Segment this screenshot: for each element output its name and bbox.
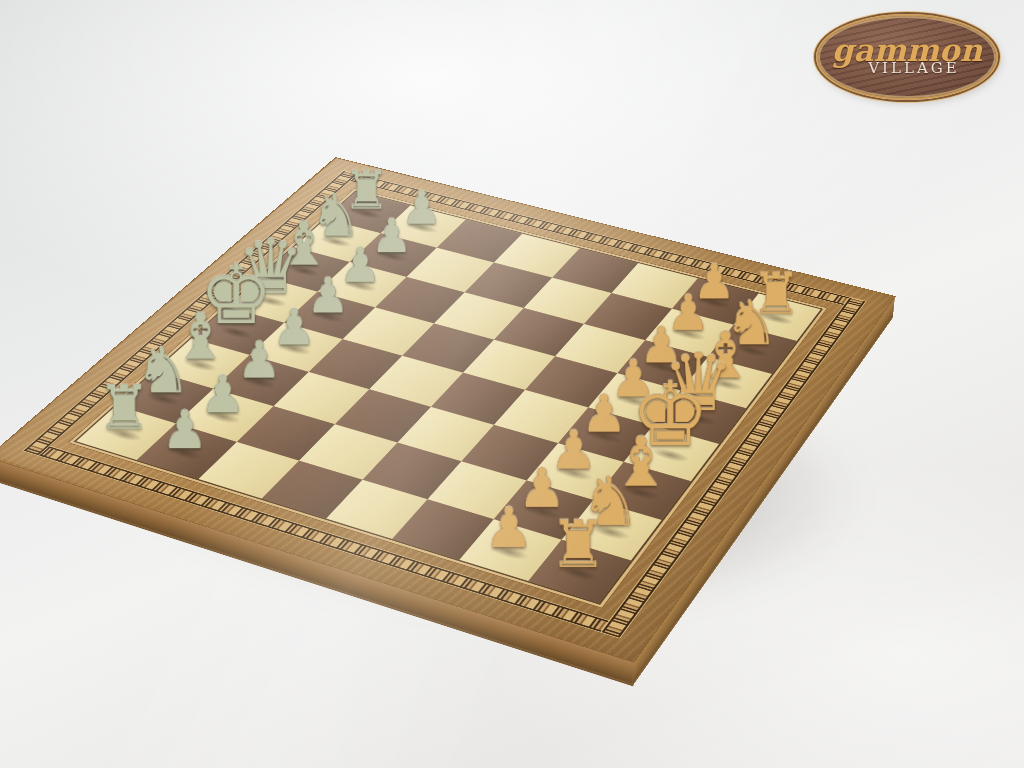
chess-piece-glyph: ♜ — [528, 512, 629, 577]
square-h8[interactable]: ♜ — [528, 540, 630, 603]
chess-piece-glyph: ♟ — [138, 404, 232, 456]
scene-3d: ♜♟♟♜♞♟♟♞♝♟♟♝♛♟♟♛♚♟♟♚♝♟♟♝♞♟♟♞♜♟♟♜ — [0, 0, 1024, 768]
product-photo: ♜♟♟♜♞♟♟♞♝♟♟♝♛♟♟♛♚♟♟♚♝♟♟♝♞♟♟♞♜♟♟♜ gammon … — [0, 0, 1024, 768]
logo-text-village: VILLAGE — [868, 59, 959, 77]
square-h5[interactable] — [326, 480, 427, 539]
gammonvillage-logo: gammon VILLAGE — [816, 14, 998, 100]
wooden-chessboard: ♜♟♟♜♞♟♟♞♝♟♟♝♛♟♟♛♚♟♟♚♝♟♟♝♞♟♟♞♜♟♟♜ — [0, 157, 896, 663]
